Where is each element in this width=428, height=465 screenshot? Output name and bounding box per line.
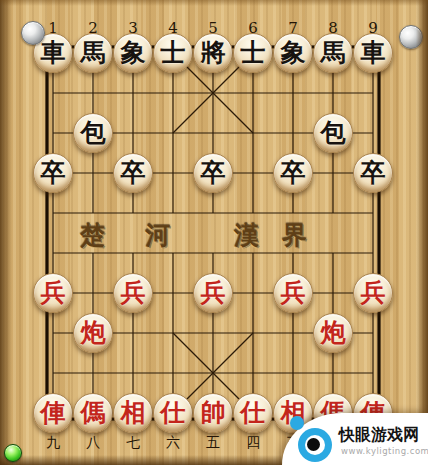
green-led-icon bbox=[4, 444, 22, 462]
piece-red-elephant[interactable]: 相 bbox=[113, 393, 153, 433]
piece-black-elephant[interactable]: 象 bbox=[273, 33, 313, 73]
piece-red-general[interactable]: 帥 bbox=[193, 393, 233, 433]
file-number-bottom-6: 四 bbox=[242, 434, 264, 450]
piece-red-cannon[interactable]: 炮 bbox=[313, 313, 353, 353]
logo-small-ball bbox=[290, 416, 304, 430]
piece-black-cannon[interactable]: 包 bbox=[73, 113, 113, 153]
logo-big-ball bbox=[298, 428, 332, 462]
piece-red-soldier[interactable]: 兵 bbox=[33, 273, 73, 313]
file-number-bottom-1: 九 bbox=[42, 434, 64, 450]
piece-red-advisor[interactable]: 仕 bbox=[153, 393, 193, 433]
piece-red-advisor[interactable]: 仕 bbox=[233, 393, 273, 433]
file-number-bottom-3: 七 bbox=[122, 434, 144, 450]
piece-red-cannon[interactable]: 炮 bbox=[73, 313, 113, 353]
piece-black-soldier[interactable]: 卒 bbox=[273, 153, 313, 193]
watermark-site-name: 快眼游戏网 bbox=[339, 425, 419, 446]
file-number-bottom-4: 六 bbox=[162, 434, 184, 450]
piece-black-general[interactable]: 將 bbox=[193, 33, 233, 73]
xiangqi-board: 123456789 九八七六五四三二一 楚河 漢界 車馬象士將士象馬車包包卒卒卒… bbox=[0, 0, 428, 465]
piece-black-elephant[interactable]: 象 bbox=[113, 33, 153, 73]
piece-red-chariot[interactable]: 俥 bbox=[33, 393, 73, 433]
file-number-bottom-2: 八 bbox=[82, 434, 104, 450]
piece-black-advisor[interactable]: 士 bbox=[153, 33, 193, 73]
piece-red-soldier[interactable]: 兵 bbox=[193, 273, 233, 313]
piece-black-horse[interactable]: 馬 bbox=[313, 33, 353, 73]
river-label-han: 漢界 bbox=[234, 219, 330, 252]
screw-icon-top-right bbox=[399, 25, 423, 49]
piece-black-chariot[interactable]: 車 bbox=[353, 33, 393, 73]
watermark-site-url: www.kyligting.com bbox=[341, 446, 428, 456]
piece-black-soldier[interactable]: 卒 bbox=[193, 153, 233, 193]
logo-eye-pupil bbox=[307, 438, 320, 451]
piece-black-soldier[interactable]: 卒 bbox=[33, 153, 73, 193]
piece-red-soldier[interactable]: 兵 bbox=[353, 273, 393, 313]
river-label-chu: 楚河 bbox=[80, 219, 210, 252]
piece-red-soldier[interactable]: 兵 bbox=[113, 273, 153, 313]
piece-black-cannon[interactable]: 包 bbox=[313, 113, 353, 153]
piece-black-soldier[interactable]: 卒 bbox=[353, 153, 393, 193]
piece-red-horse[interactable]: 傌 bbox=[73, 393, 113, 433]
file-number-bottom-5: 五 bbox=[202, 434, 224, 450]
screw-icon-top-left bbox=[21, 21, 45, 45]
piece-black-horse[interactable]: 馬 bbox=[73, 33, 113, 73]
piece-black-advisor[interactable]: 士 bbox=[233, 33, 273, 73]
watermark: 快眼游戏网 www.kyligting.com bbox=[282, 413, 428, 465]
piece-red-soldier[interactable]: 兵 bbox=[273, 273, 313, 313]
piece-black-soldier[interactable]: 卒 bbox=[113, 153, 153, 193]
